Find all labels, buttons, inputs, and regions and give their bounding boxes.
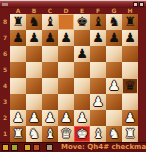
piece-wq-d1[interactable]: ♛: [58, 126, 74, 142]
square-f8[interactable]: ♝: [90, 14, 106, 30]
square-h7[interactable]: ♟: [122, 30, 138, 46]
toolbar-icon-5[interactable]: [46, 144, 53, 151]
square-b5[interactable]: [26, 62, 42, 78]
square-f6[interactable]: [90, 46, 106, 62]
square-b2[interactable]: ♟: [26, 110, 42, 126]
square-d4[interactable]: [58, 78, 74, 94]
square-g7[interactable]: ♟: [106, 30, 122, 46]
piece-wn-b1[interactable]: ♞: [26, 126, 42, 142]
status-toolbar: [0, 144, 53, 151]
piece-wr-h1[interactable]: ♜: [122, 126, 138, 142]
square-g4[interactable]: ♟: [106, 78, 122, 94]
piece-wp-h2[interactable]: ♟: [122, 110, 138, 126]
square-c8[interactable]: ♝: [42, 14, 58, 30]
piece-wb-c1[interactable]: ♝: [42, 126, 58, 142]
piece-wp-b2[interactable]: ♟: [26, 110, 42, 126]
square-g2[interactable]: [106, 110, 122, 126]
square-g6[interactable]: [106, 46, 122, 62]
square-a4[interactable]: [10, 78, 26, 94]
square-e6[interactable]: ♟: [74, 46, 90, 62]
square-h1[interactable]: ♜: [122, 126, 138, 142]
rank-label-7: 7: [0, 30, 10, 46]
square-g3[interactable]: [106, 94, 122, 110]
board-right-margin: [138, 14, 146, 142]
square-d2[interactable]: ♟: [58, 110, 74, 126]
square-f1[interactable]: ♝: [90, 126, 106, 142]
square-e2[interactable]: ♟: [74, 110, 90, 126]
square-c4[interactable]: [42, 78, 58, 94]
square-a2[interactable]: ♟: [10, 110, 26, 126]
square-g1[interactable]: ♞: [106, 126, 122, 142]
rank-label-5: 5: [0, 62, 10, 78]
square-d5[interactable]: [58, 62, 74, 78]
rank-label-3: 3: [0, 94, 10, 110]
rank-label-2: 2: [0, 110, 10, 126]
square-d8[interactable]: [58, 14, 74, 30]
square-a1[interactable]: ♜: [10, 126, 26, 142]
square-b3[interactable]: [26, 94, 42, 110]
square-h3[interactable]: [122, 94, 138, 110]
piece-bp-b7[interactable]: ♟: [26, 30, 42, 46]
piece-wp-c2[interactable]: ♟: [42, 110, 58, 126]
piece-br-a8[interactable]: ♜: [10, 14, 26, 30]
square-d7[interactable]: ♟: [58, 30, 74, 46]
piece-bp-g7[interactable]: ♟: [106, 30, 122, 46]
square-h2[interactable]: ♟: [122, 110, 138, 126]
square-e3[interactable]: [74, 94, 90, 110]
piece-wr-a1[interactable]: ♜: [10, 126, 26, 142]
square-c7[interactable]: ♟: [42, 30, 58, 46]
toolbar-icon-2[interactable]: [11, 144, 18, 151]
square-a3[interactable]: [10, 94, 26, 110]
square-c2[interactable]: ♟: [42, 110, 58, 126]
square-h4[interactable]: ♛: [122, 78, 138, 94]
square-h6[interactable]: [122, 46, 138, 62]
piece-br-h8[interactable]: ♜: [122, 14, 138, 30]
rank-labels: 87654321: [0, 14, 10, 142]
window-icon: [2, 3, 8, 6]
close-button[interactable]: [139, 2, 144, 7]
square-e8[interactable]: ♚: [74, 14, 90, 30]
piece-bq-h4[interactable]: ♛: [122, 78, 138, 94]
square-d6[interactable]: [58, 46, 74, 62]
rank-label-8: 8: [0, 14, 10, 30]
piece-wp-d2[interactable]: ♟: [58, 110, 74, 126]
piece-bp-d7[interactable]: ♟: [58, 30, 74, 46]
square-d3[interactable]: [58, 94, 74, 110]
piece-bp-h7[interactable]: ♟: [122, 30, 138, 46]
piece-wp-f3[interactable]: ♟: [90, 94, 106, 110]
piece-wk-e1[interactable]: ♚: [74, 126, 90, 142]
square-h5[interactable]: [122, 62, 138, 78]
square-h8[interactable]: ♜: [122, 14, 138, 30]
rank-label-6: 6: [0, 46, 10, 62]
square-b1[interactable]: ♞: [26, 126, 42, 142]
move-status-text: Move: Qh4# checkmate: [61, 143, 146, 152]
square-b4[interactable]: [26, 78, 42, 94]
square-e7[interactable]: [74, 30, 90, 46]
piece-bp-f7[interactable]: ♟: [90, 30, 106, 46]
board[interactable]: ♜♞♝♚♝♞♜♟♟♟♟♟♟♟♟♟♛♟♟♟♟♟♟♟♜♞♝♛♚♝♞♜: [10, 14, 138, 142]
piece-bk-e8[interactable]: ♚: [74, 14, 90, 30]
square-f3[interactable]: ♟: [90, 94, 106, 110]
toolbar-icon-4[interactable]: [33, 144, 40, 151]
square-b6[interactable]: [26, 46, 42, 62]
square-a8[interactable]: ♜: [10, 14, 26, 30]
square-f4[interactable]: [90, 78, 106, 94]
chess-app-window: ABCDEFGH 87654321 ♜♞♝♚♝♞♜♟♟♟♟♟♟♟♟♟♛♟♟♟♟♟…: [0, 0, 146, 152]
square-g8[interactable]: ♞: [106, 14, 122, 30]
rank-label-4: 4: [0, 78, 10, 94]
status-bar: Move: Qh4# checkmate: [0, 142, 146, 152]
piece-wp-g4[interactable]: ♟: [106, 78, 122, 94]
title-bar[interactable]: [0, 0, 146, 8]
piece-bn-b8[interactable]: ♞: [26, 14, 42, 30]
piece-bn-g8[interactable]: ♞: [106, 14, 122, 30]
piece-wb-f1[interactable]: ♝: [90, 126, 106, 142]
square-b7[interactable]: ♟: [26, 30, 42, 46]
toolbar-icon-1[interactable]: [2, 144, 9, 151]
toolbar-icon-3[interactable]: [24, 144, 31, 151]
square-g5[interactable]: [106, 62, 122, 78]
piece-bp-e6[interactable]: ♟: [74, 46, 90, 62]
rank-label-1: 1: [0, 126, 10, 142]
square-c3[interactable]: [42, 94, 58, 110]
window-buttons: [133, 2, 144, 7]
square-c6[interactable]: [42, 46, 58, 62]
piece-bp-c7[interactable]: ♟: [42, 30, 58, 46]
square-f5[interactable]: [90, 62, 106, 78]
minimize-button[interactable]: [133, 2, 138, 7]
square-a7[interactable]: ♟: [10, 30, 26, 46]
piece-bb-f8[interactable]: ♝: [90, 14, 106, 30]
square-a5[interactable]: [10, 62, 26, 78]
piece-wn-g1[interactable]: ♞: [106, 126, 122, 142]
square-e4[interactable]: [74, 78, 90, 94]
square-b8[interactable]: ♞: [26, 14, 42, 30]
square-a6[interactable]: [10, 46, 26, 62]
piece-bb-c8[interactable]: ♝: [42, 14, 58, 30]
piece-bp-a7[interactable]: ♟: [10, 30, 26, 46]
square-e5[interactable]: [74, 62, 90, 78]
square-c5[interactable]: [42, 62, 58, 78]
square-c1[interactable]: ♝: [42, 126, 58, 142]
square-f7[interactable]: ♟: [90, 30, 106, 46]
square-f2[interactable]: [90, 110, 106, 126]
square-e1[interactable]: ♚: [74, 126, 90, 142]
square-d1[interactable]: ♛: [58, 126, 74, 142]
piece-wp-a2[interactable]: ♟: [10, 110, 26, 126]
piece-wp-e2[interactable]: ♟: [74, 110, 90, 126]
